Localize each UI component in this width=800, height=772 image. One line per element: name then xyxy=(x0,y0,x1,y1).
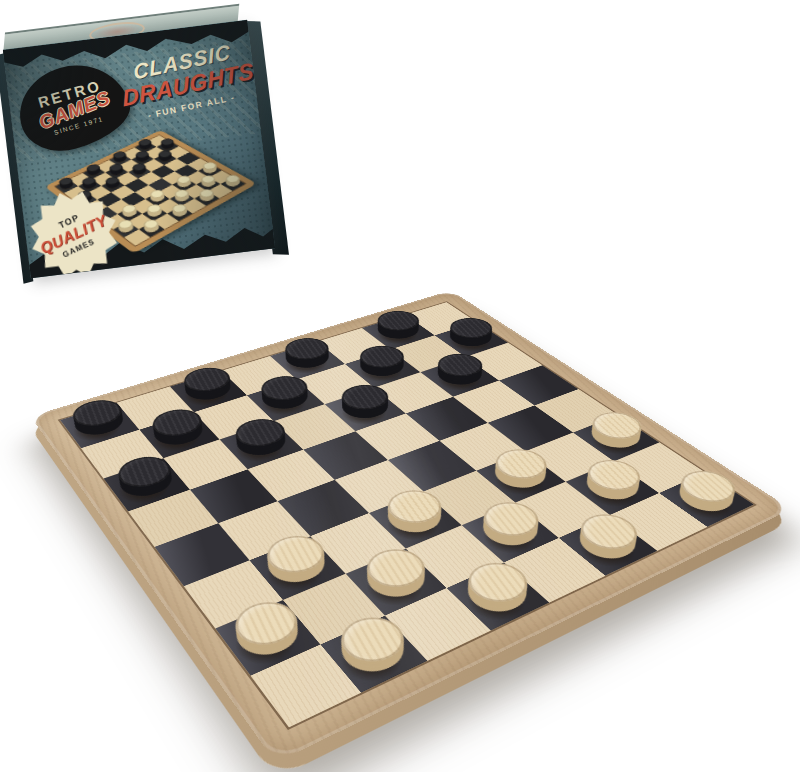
white-piece xyxy=(176,180,193,190)
retro-games-box: RETRO GAMES SINCE 1971 CLASSIC DRAUGHTS … xyxy=(3,20,275,278)
black-piece xyxy=(278,346,336,375)
board-grid xyxy=(60,302,754,727)
white-piece xyxy=(472,509,547,555)
black-piece xyxy=(160,142,176,151)
black-piece xyxy=(131,167,148,176)
white-piece xyxy=(171,208,189,219)
white-piece xyxy=(201,166,218,175)
black-piece xyxy=(334,392,397,426)
white-piece xyxy=(146,208,164,219)
draughts-board xyxy=(30,290,791,762)
square-e2 xyxy=(462,503,558,562)
white-piece xyxy=(224,179,242,189)
black-piece xyxy=(229,426,294,463)
black-piece xyxy=(69,408,130,443)
white-piece xyxy=(569,521,646,569)
box-front-panel: RETRO GAMES SINCE 1971 CLASSIC DRAUGHTS … xyxy=(3,20,275,278)
black-piece xyxy=(86,168,102,177)
white-piece xyxy=(143,224,161,235)
white-piece xyxy=(198,193,216,203)
black-piece xyxy=(138,143,154,152)
black-piece xyxy=(81,181,98,191)
